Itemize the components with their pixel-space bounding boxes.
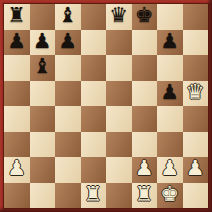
square-a6[interactable] xyxy=(4,55,30,81)
square-g1[interactable]: ♚ xyxy=(157,183,183,209)
square-g3[interactable] xyxy=(157,132,183,158)
square-b2[interactable] xyxy=(30,157,56,183)
square-e8[interactable]: ♛ xyxy=(106,4,132,30)
square-h7[interactable] xyxy=(183,30,209,56)
square-g8[interactable] xyxy=(157,4,183,30)
square-e1[interactable] xyxy=(106,183,132,209)
square-f4[interactable] xyxy=(132,106,158,132)
black-queen: ♛ xyxy=(109,5,128,26)
white-pawn: ♟ xyxy=(135,158,154,179)
square-d6[interactable] xyxy=(81,55,107,81)
square-b3[interactable] xyxy=(30,132,56,158)
black-pawn: ♟ xyxy=(7,31,26,52)
square-f8[interactable]: ♚ xyxy=(132,4,158,30)
black-bishop: ♝ xyxy=(58,5,77,26)
square-f5[interactable] xyxy=(132,81,158,107)
square-a8[interactable]: ♜ xyxy=(4,4,30,30)
white-pawn: ♟ xyxy=(186,158,205,179)
black-pawn: ♟ xyxy=(160,82,179,103)
white-rook: ♜ xyxy=(84,184,103,205)
black-rook: ♜ xyxy=(7,5,26,26)
chess-board: ♜♝♛♚♟♟♟♟♝♟♛♟♟♟♟♜♜♚ xyxy=(4,4,208,208)
square-c3[interactable] xyxy=(55,132,81,158)
square-h6[interactable] xyxy=(183,55,209,81)
square-e4[interactable] xyxy=(106,106,132,132)
square-h2[interactable]: ♟ xyxy=(183,157,209,183)
square-c4[interactable] xyxy=(55,106,81,132)
black-pawn: ♟ xyxy=(33,31,52,52)
white-king: ♚ xyxy=(160,184,179,205)
square-a3[interactable] xyxy=(4,132,30,158)
square-b5[interactable] xyxy=(30,81,56,107)
square-c1[interactable] xyxy=(55,183,81,209)
square-c5[interactable] xyxy=(55,81,81,107)
square-a4[interactable] xyxy=(4,106,30,132)
square-e3[interactable] xyxy=(106,132,132,158)
square-e7[interactable] xyxy=(106,30,132,56)
square-g6[interactable] xyxy=(157,55,183,81)
square-g5[interactable]: ♟ xyxy=(157,81,183,107)
square-b4[interactable] xyxy=(30,106,56,132)
square-f1[interactable]: ♜ xyxy=(132,183,158,209)
square-f7[interactable] xyxy=(132,30,158,56)
square-d2[interactable] xyxy=(81,157,107,183)
square-d3[interactable] xyxy=(81,132,107,158)
white-rook: ♜ xyxy=(135,184,154,205)
square-h8[interactable] xyxy=(183,4,209,30)
white-pawn: ♟ xyxy=(7,158,26,179)
square-d8[interactable] xyxy=(81,4,107,30)
square-e5[interactable] xyxy=(106,81,132,107)
square-f2[interactable]: ♟ xyxy=(132,157,158,183)
square-b8[interactable] xyxy=(30,4,56,30)
square-a7[interactable]: ♟ xyxy=(4,30,30,56)
square-g2[interactable]: ♟ xyxy=(157,157,183,183)
square-c8[interactable]: ♝ xyxy=(55,4,81,30)
black-king: ♚ xyxy=(135,5,154,26)
square-g7[interactable]: ♟ xyxy=(157,30,183,56)
white-queen: ♛ xyxy=(186,82,205,103)
square-h3[interactable] xyxy=(183,132,209,158)
chess-diagram-frame: ♜♝♛♚♟♟♟♟♝♟♛♟♟♟♟♜♜♚ xyxy=(0,0,212,212)
square-c6[interactable] xyxy=(55,55,81,81)
square-g4[interactable] xyxy=(157,106,183,132)
square-d1[interactable]: ♜ xyxy=(81,183,107,209)
square-h4[interactable] xyxy=(183,106,209,132)
black-pawn: ♟ xyxy=(160,31,179,52)
black-bishop: ♝ xyxy=(33,56,52,77)
square-e6[interactable] xyxy=(106,55,132,81)
square-d4[interactable] xyxy=(81,106,107,132)
square-a5[interactable] xyxy=(4,81,30,107)
square-f3[interactable] xyxy=(132,132,158,158)
square-a2[interactable]: ♟ xyxy=(4,157,30,183)
square-f6[interactable] xyxy=(132,55,158,81)
square-c2[interactable] xyxy=(55,157,81,183)
white-pawn: ♟ xyxy=(160,158,179,179)
square-b6[interactable]: ♝ xyxy=(30,55,56,81)
square-b7[interactable]: ♟ xyxy=(30,30,56,56)
square-e2[interactable] xyxy=(106,157,132,183)
square-h1[interactable] xyxy=(183,183,209,209)
square-a1[interactable] xyxy=(4,183,30,209)
square-d7[interactable] xyxy=(81,30,107,56)
square-h5[interactable]: ♛ xyxy=(183,81,209,107)
square-b1[interactable] xyxy=(30,183,56,209)
black-pawn: ♟ xyxy=(58,31,77,52)
square-d5[interactable] xyxy=(81,81,107,107)
square-c7[interactable]: ♟ xyxy=(55,30,81,56)
